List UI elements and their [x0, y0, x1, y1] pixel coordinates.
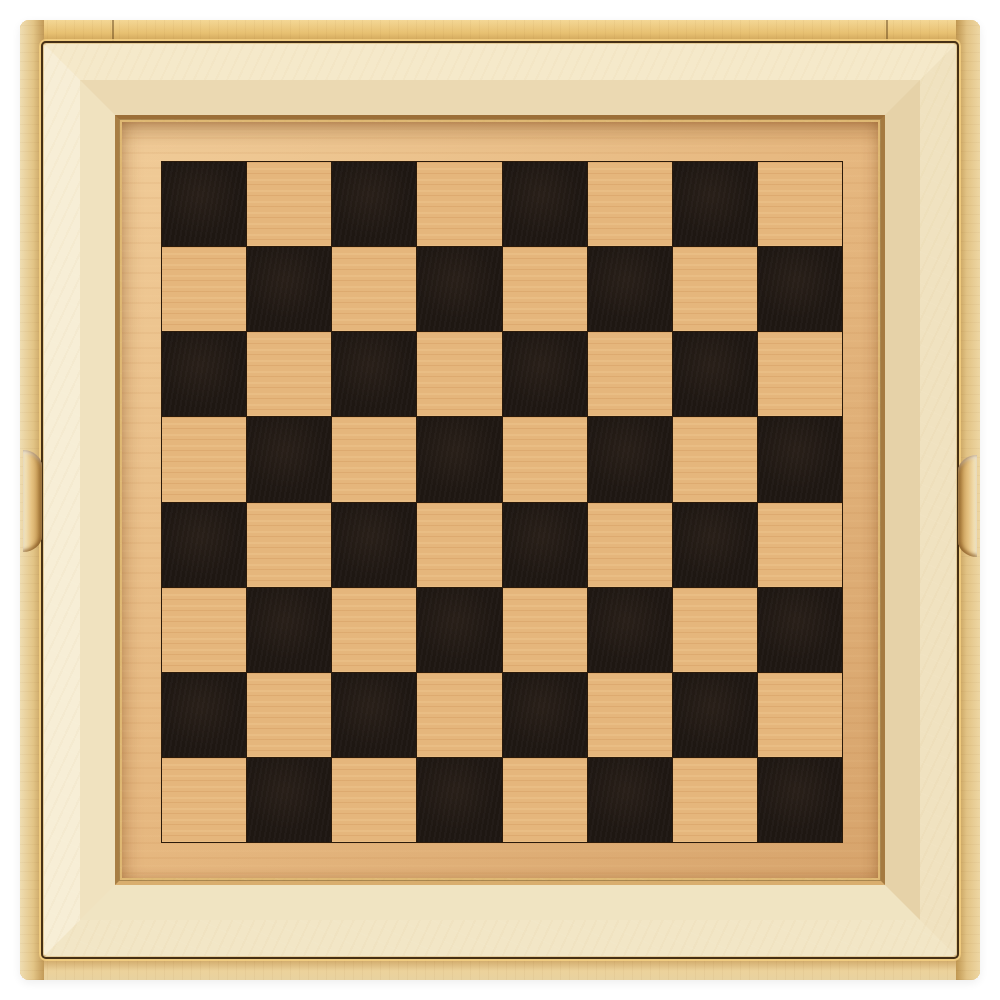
square-f5[interactable]: [588, 417, 672, 501]
square-c2[interactable]: [332, 673, 416, 757]
game-box: [20, 20, 980, 980]
square-c3[interactable]: [332, 588, 416, 672]
checkerboard: [161, 161, 843, 843]
square-d2[interactable]: [417, 673, 501, 757]
square-e3[interactable]: [503, 588, 587, 672]
square-b8[interactable]: [247, 162, 331, 246]
square-e1[interactable]: [503, 758, 587, 842]
square-f7[interactable]: [588, 247, 672, 331]
square-e5[interactable]: [503, 417, 587, 501]
square-c8[interactable]: [332, 162, 416, 246]
square-h6[interactable]: [758, 332, 842, 416]
square-b7[interactable]: [247, 247, 331, 331]
square-f2[interactable]: [588, 673, 672, 757]
square-f3[interactable]: [588, 588, 672, 672]
square-c5[interactable]: [332, 417, 416, 501]
square-g1[interactable]: [673, 758, 757, 842]
box-corner-joint-right: [886, 20, 888, 43]
square-d8[interactable]: [417, 162, 501, 246]
board-panel: [122, 122, 878, 878]
square-g5[interactable]: [673, 417, 757, 501]
square-g8[interactable]: [673, 162, 757, 246]
square-g4[interactable]: [673, 503, 757, 587]
square-f4[interactable]: [588, 503, 672, 587]
square-e8[interactable]: [503, 162, 587, 246]
square-a6[interactable]: [162, 332, 246, 416]
square-h5[interactable]: [758, 417, 842, 501]
square-b6[interactable]: [247, 332, 331, 416]
square-e6[interactable]: [503, 332, 587, 416]
square-d7[interactable]: [417, 247, 501, 331]
square-c4[interactable]: [332, 503, 416, 587]
square-d1[interactable]: [417, 758, 501, 842]
square-a8[interactable]: [162, 162, 246, 246]
box-corner-joint-left: [112, 20, 114, 43]
square-h3[interactable]: [758, 588, 842, 672]
square-d4[interactable]: [417, 503, 501, 587]
square-g7[interactable]: [673, 247, 757, 331]
square-a5[interactable]: [162, 417, 246, 501]
square-g3[interactable]: [673, 588, 757, 672]
square-a3[interactable]: [162, 588, 246, 672]
square-f8[interactable]: [588, 162, 672, 246]
square-e4[interactable]: [503, 503, 587, 587]
square-b5[interactable]: [247, 417, 331, 501]
square-a2[interactable]: [162, 673, 246, 757]
square-h8[interactable]: [758, 162, 842, 246]
square-a1[interactable]: [162, 758, 246, 842]
square-h2[interactable]: [758, 673, 842, 757]
square-g2[interactable]: [673, 673, 757, 757]
square-f6[interactable]: [588, 332, 672, 416]
square-b3[interactable]: [247, 588, 331, 672]
square-a7[interactable]: [162, 247, 246, 331]
frame-inner-lip: [115, 115, 885, 885]
square-c1[interactable]: [332, 758, 416, 842]
left-thumb-notch: [23, 450, 42, 552]
board-frame: [44, 44, 956, 956]
square-h7[interactable]: [758, 247, 842, 331]
square-c6[interactable]: [332, 332, 416, 416]
board-frame-bevel: [80, 80, 920, 920]
square-e7[interactable]: [503, 247, 587, 331]
square-h1[interactable]: [758, 758, 842, 842]
square-d6[interactable]: [417, 332, 501, 416]
right-thumb-notch: [958, 455, 977, 557]
square-a4[interactable]: [162, 503, 246, 587]
square-c7[interactable]: [332, 247, 416, 331]
square-b1[interactable]: [247, 758, 331, 842]
square-d5[interactable]: [417, 417, 501, 501]
square-g6[interactable]: [673, 332, 757, 416]
square-b4[interactable]: [247, 503, 331, 587]
photo-background: [0, 0, 1000, 1000]
square-d3[interactable]: [417, 588, 501, 672]
square-b2[interactable]: [247, 673, 331, 757]
square-f1[interactable]: [588, 758, 672, 842]
square-h4[interactable]: [758, 503, 842, 587]
square-e2[interactable]: [503, 673, 587, 757]
